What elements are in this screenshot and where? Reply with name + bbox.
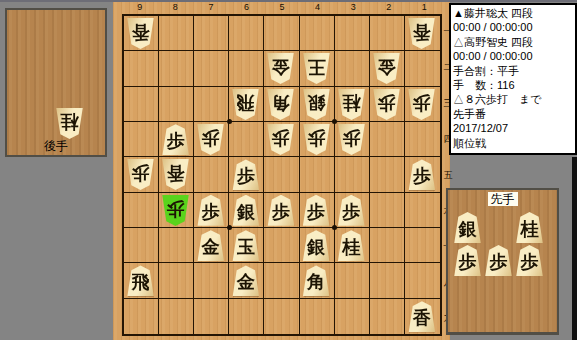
board-cell-6一[interactable]: [229, 16, 264, 51]
star-point: [332, 225, 337, 230]
piece-gin-sente[interactable]: 銀: [454, 212, 481, 243]
board-cell-8四[interactable]: 歩: [159, 122, 194, 157]
board-cell-8五[interactable]: 香: [159, 157, 194, 192]
board-cell-6九[interactable]: [229, 299, 264, 334]
piece-kaku-sente[interactable]: 角: [303, 265, 330, 296]
board-cell-5一[interactable]: [264, 16, 299, 51]
board-cell-6八[interactable]: 金: [229, 263, 264, 298]
board-cell-9九[interactable]: [124, 299, 159, 334]
piece-kyosha-gote[interactable]: 香: [162, 159, 189, 190]
kifu-viewer-window: 後手 桂 987654321 一二三四五六七八九 香香金王金飛角銀桂歩歩歩歩歩歩…: [0, 0, 577, 340]
board-cell-6三[interactable]: 飛: [229, 87, 264, 122]
board-cell-3一[interactable]: [335, 16, 370, 51]
board-cell-4七[interactable]: 銀: [300, 228, 335, 263]
board-cell-4八[interactable]: 角: [300, 263, 335, 298]
board-cell-5三[interactable]: 角: [264, 87, 299, 122]
board-cell-2九[interactable]: [370, 299, 405, 334]
board-cell-2七[interactable]: [370, 228, 405, 263]
board-cell-4五[interactable]: [300, 157, 335, 192]
board-cell-9二[interactable]: [124, 51, 159, 86]
board-cell-1九[interactable]: 香: [405, 299, 440, 334]
board-cell-8八[interactable]: [159, 263, 194, 298]
board-cell-8六[interactable]: 歩: [159, 193, 194, 228]
board-cell-5七[interactable]: [264, 228, 299, 263]
last-move-line: △８六歩打 まで: [453, 92, 575, 106]
board-cell-3二[interactable]: [335, 51, 370, 86]
file-label-1: 1: [407, 2, 443, 13]
piece-hisha-sente[interactable]: 飛: [127, 265, 154, 296]
board-cell-7一[interactable]: [194, 16, 229, 51]
handicap-line: 手合割：平手: [453, 64, 575, 78]
board-cell-8九[interactable]: [159, 299, 194, 334]
file-label-9: 9: [122, 2, 158, 13]
board-cell-3七[interactable]: 桂: [335, 228, 370, 263]
piece-fu-gote[interactable]: 歩: [197, 124, 224, 155]
piece-kin-sente[interactable]: 金: [232, 265, 259, 296]
right-edge-strip: [572, 157, 577, 340]
sente-player-name: ▲藤井聡太 四段: [453, 6, 575, 20]
board-cell-6四[interactable]: [229, 122, 264, 157]
board-cell-7三[interactable]: [194, 87, 229, 122]
piece-fu-gote[interactable]: 歩: [162, 195, 189, 226]
board-cell-9八[interactable]: 飛: [124, 263, 159, 298]
board-cell-4九[interactable]: [300, 299, 335, 334]
board-cell-2八[interactable]: [370, 263, 405, 298]
piece-kin-gote[interactable]: 金: [267, 53, 294, 84]
board-cell-8二[interactable]: [159, 51, 194, 86]
file-label-2: 2: [371, 2, 407, 13]
piece-fu-sente[interactable]: 歩: [232, 159, 259, 190]
board-cell-1三[interactable]: 歩: [405, 87, 440, 122]
board-cell-4三[interactable]: 銀: [300, 87, 335, 122]
piece-gin-sente[interactable]: 銀: [232, 195, 259, 226]
board-cell-6六[interactable]: 銀: [229, 193, 264, 228]
board-cell-4四[interactable]: 歩: [300, 122, 335, 157]
file-label-4: 4: [300, 2, 336, 13]
board-cell-5八[interactable]: [264, 263, 299, 298]
piece-fu-gote[interactable]: 歩: [303, 124, 330, 155]
board-cell-7六[interactable]: 歩: [194, 193, 229, 228]
board-cell-2五[interactable]: [370, 157, 405, 192]
board-cell-6七[interactable]: 玉: [229, 228, 264, 263]
piece-fu-sente[interactable]: 歩: [197, 195, 224, 226]
piece-gin-sente[interactable]: 銀: [303, 230, 330, 261]
board-cell-9五[interactable]: 歩: [124, 157, 159, 192]
piece-gyoku-sente[interactable]: 玉: [232, 230, 259, 261]
board-cell-1二[interactable]: [405, 51, 440, 86]
piece-fu-sente[interactable]: 歩: [267, 195, 294, 226]
turn-line: 先手番: [453, 107, 575, 121]
board-cell-1七[interactable]: [405, 228, 440, 263]
board-panel: 987654321 一二三四五六七八九 香香金王金飛角銀桂歩歩歩歩歩歩歩歩香歩歩…: [113, 2, 450, 340]
star-point: [227, 225, 232, 230]
piece-fu-gote[interactable]: 歩: [373, 89, 400, 120]
file-label-6: 6: [229, 2, 265, 13]
gote-player-name: △高野智史 四段: [453, 35, 575, 49]
board-cell-4二[interactable]: 王: [300, 51, 335, 86]
gote-tray-label: 後手: [7, 140, 105, 153]
piece-fu-sente[interactable]: 歩: [162, 124, 189, 155]
piece-fu-gote[interactable]: 歩: [338, 124, 365, 155]
board-cell-4一[interactable]: [300, 16, 335, 51]
board-cell-2四[interactable]: [370, 122, 405, 157]
board-cell-7五[interactable]: [194, 157, 229, 192]
board-cell-9七[interactable]: [124, 228, 159, 263]
board-cell-8三[interactable]: [159, 87, 194, 122]
date-line: 2017/12/07: [453, 121, 575, 135]
board-cell-5四[interactable]: 歩: [264, 122, 299, 157]
board-cell-3五[interactable]: [335, 157, 370, 192]
gote-clock: 00:00 / 00:00:00: [453, 49, 575, 63]
piece-fu-gote[interactable]: 歩: [127, 159, 154, 190]
board-cell-6二[interactable]: [229, 51, 264, 86]
board-cell-9四[interactable]: [124, 122, 159, 157]
gote-hand-tray: 後手 桂: [5, 8, 107, 157]
piece-keima-sente[interactable]: 桂: [338, 230, 365, 261]
piece-hisha-gote[interactable]: 飛: [232, 89, 259, 120]
board-cell-3八[interactable]: [335, 263, 370, 298]
board-cell-7二[interactable]: [194, 51, 229, 86]
file-label-7: 7: [193, 2, 229, 13]
piece-fu-sente[interactable]: 歩: [485, 245, 512, 276]
piece-fu-sente[interactable]: 歩: [303, 195, 330, 226]
board-cell-2一[interactable]: [370, 16, 405, 51]
board-cell-3九[interactable]: [335, 299, 370, 334]
piece-gin-gote[interactable]: 銀: [303, 89, 330, 120]
board-cell-5六[interactable]: 歩: [264, 193, 299, 228]
board-cell-8七[interactable]: [159, 228, 194, 263]
piece-kyosha-gote[interactable]: 香: [127, 18, 154, 49]
board-cell-8一[interactable]: [159, 16, 194, 51]
board-cell-5二[interactable]: 金: [264, 51, 299, 86]
board-cell-9六[interactable]: [124, 193, 159, 228]
piece-fu-sente[interactable]: 歩: [454, 245, 481, 276]
board-cell-1四[interactable]: [405, 122, 440, 157]
file-label-5: 5: [264, 2, 300, 13]
shogi-board[interactable]: 香香金王金飛角銀桂歩歩歩歩歩歩歩歩香歩歩歩歩銀歩歩歩金玉銀桂飛金角香: [122, 14, 442, 336]
piece-fu-sente[interactable]: 歩: [338, 195, 365, 226]
piece-kyosha-gote[interactable]: 香: [408, 18, 435, 49]
move-count-line: 手 数：116: [453, 78, 575, 92]
board-cell-9一[interactable]: 香: [124, 16, 159, 51]
piece-kin-gote[interactable]: 金: [373, 53, 400, 84]
star-point: [332, 119, 337, 124]
board-cell-2三[interactable]: 歩: [370, 87, 405, 122]
board-cell-1一[interactable]: 香: [405, 16, 440, 51]
sente-clock: 00:00 / 00:00:00: [453, 20, 575, 34]
board-cell-2六[interactable]: [370, 193, 405, 228]
board-cell-7七[interactable]: 金: [194, 228, 229, 263]
file-label-3: 3: [335, 2, 371, 13]
board-cell-2二[interactable]: 金: [370, 51, 405, 86]
board-cell-1六[interactable]: [405, 193, 440, 228]
piece-fu-sente[interactable]: 歩: [516, 245, 543, 276]
board-cell-9三[interactable]: [124, 87, 159, 122]
board-cell-3三[interactable]: 桂: [335, 87, 370, 122]
board-cell-1八[interactable]: [405, 263, 440, 298]
piece-kin-sente[interactable]: 金: [197, 230, 224, 261]
board-cell-3六[interactable]: 歩: [335, 193, 370, 228]
board-cell-4六[interactable]: 歩: [300, 193, 335, 228]
board-cell-1五[interactable]: 歩: [405, 157, 440, 192]
board-cell-3四[interactable]: 歩: [335, 122, 370, 157]
file-label-8: 8: [158, 2, 194, 13]
event-line: 順位戦: [453, 136, 575, 150]
piece-fu-gote[interactable]: 歩: [408, 89, 435, 120]
piece-keima-sente[interactable]: 桂: [516, 212, 543, 243]
sente-tray-label: 先手: [448, 193, 557, 206]
piece-kyosha-sente[interactable]: 香: [408, 301, 435, 332]
piece-keima-gote[interactable]: 桂: [338, 89, 365, 120]
file-labels: 987654321: [122, 2, 442, 13]
star-point: [227, 119, 232, 124]
piece-fu-sente[interactable]: 歩: [408, 159, 435, 190]
game-info-panel: ▲藤井聡太 四段 00:00 / 00:00:00 △高野智史 四段 00:00…: [449, 3, 577, 155]
board-cell-7九[interactable]: [194, 299, 229, 334]
piece-ou-gote[interactable]: 王: [303, 53, 330, 84]
piece-keima-gote[interactable]: 桂: [56, 108, 83, 139]
piece-kaku-gote[interactable]: 角: [267, 89, 294, 120]
board-cell-7四[interactable]: 歩: [194, 122, 229, 157]
piece-fu-gote[interactable]: 歩: [267, 124, 294, 155]
board-cell-5九[interactable]: [264, 299, 299, 334]
board-cell-6五[interactable]: 歩: [229, 157, 264, 192]
board-cell-5五[interactable]: [264, 157, 299, 192]
sente-hand-tray: 先手 銀桂歩歩歩: [446, 188, 559, 335]
board-cell-7八[interactable]: [194, 263, 229, 298]
